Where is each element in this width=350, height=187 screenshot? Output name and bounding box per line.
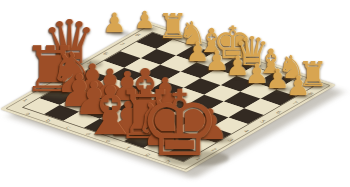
rank-label-left-7: 7 [118,42,126,46]
rank-label-right-4: 4 [242,129,250,133]
black-king[interactable]: ♚ [139,80,220,171]
white-pawn[interactable]: ♟ [286,73,310,100]
file-label-near-a: a [24,112,32,116]
file-label-near-c: c [64,125,72,129]
rank-label-right-5: 5 [259,120,267,124]
pieces-layer: ♟♟♜♞♝♚♟♛♛♟♝♟♞♟♜♟♜♞♟♟♟♟♟♟♝♟♟♝♟♜♞♚ [0,0,350,187]
offboard-white-pawn[interactable]: ♟ [102,11,126,38]
offboard-white-pawn[interactable]: ♟ [134,9,155,33]
chess-set-product-photo: aa88bb77cc66dd55ee44ff33gg22hh11 ♟♟♜♞♝♚♟… [0,0,350,187]
file-label-near-b: b [44,119,52,123]
rank-label-right-7: 7 [291,101,299,105]
rank-label-right-6: 6 [275,110,283,114]
